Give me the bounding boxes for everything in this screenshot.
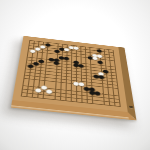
stone-black[interactable]: ● bbox=[96, 51, 102, 52]
board-grid[interactable]: ●●●●●●●●●●●●●●●●●●●●●●●●●●●●●●●●●●●●●●● bbox=[21, 40, 120, 106]
stone-black[interactable]: ● bbox=[98, 77, 104, 78]
hoshi-point bbox=[70, 89, 72, 90]
stone-black[interactable]: ● bbox=[54, 51, 60, 52]
stone-white[interactable]: ● bbox=[64, 49, 70, 50]
hoshi-point bbox=[40, 67, 42, 68]
stone-white[interactable]: ● bbox=[73, 48, 79, 49]
stone-white[interactable]: ● bbox=[35, 49, 41, 50]
stone-black[interactable]: ● bbox=[45, 45, 51, 46]
stone-white[interactable]: ● bbox=[46, 91, 53, 92]
stone-white[interactable]: ● bbox=[40, 47, 46, 48]
stone-black[interactable]: ● bbox=[94, 93, 101, 94]
hoshi-point bbox=[102, 93, 104, 94]
stone-black[interactable]: ● bbox=[63, 58, 69, 59]
stone-black[interactable]: ● bbox=[33, 63, 39, 64]
stone-black[interactable]: ● bbox=[78, 65, 84, 66]
stone-black[interactable]: ● bbox=[53, 62, 59, 63]
stone-black[interactable]: ● bbox=[27, 66, 33, 67]
go-board[interactable]: ●●●●●●●●●●●●●●●●●●●●●●●●●●●●●●●●●●●●●●● bbox=[11, 36, 137, 121]
stone-black[interactable]: ● bbox=[97, 62, 103, 63]
stone-white[interactable]: ● bbox=[29, 51, 35, 52]
stone-black[interactable]: ● bbox=[38, 61, 44, 62]
hoshi-point bbox=[70, 70, 72, 71]
front-edge-highlight bbox=[11, 105, 129, 119]
finger-notch-icon bbox=[129, 106, 133, 108]
hoshi-point bbox=[42, 49, 44, 50]
hoshi-point bbox=[70, 52, 72, 53]
photo-background: ●●●●●●●●●●●●●●●●●●●●●●●●●●●●●●●●●●●●●●● bbox=[0, 0, 150, 150]
stone-white[interactable]: ● bbox=[35, 90, 42, 91]
